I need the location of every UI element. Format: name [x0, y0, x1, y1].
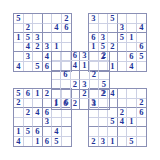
- empty-cell[interactable]: [62, 137, 72, 147]
- empty-cell[interactable]: [89, 118, 99, 128]
- empty-cell[interactable]: [118, 127, 128, 137]
- empty-cell[interactable]: [99, 118, 109, 128]
- empty-cell[interactable]: [137, 137, 147, 147]
- given-digit-cell[interactable]: 2: [33, 43, 43, 53]
- given-digit-cell[interactable]: 2: [99, 52, 109, 62]
- given-digit-cell[interactable]: 2: [90, 71, 100, 81]
- empty-cell[interactable]: [52, 80, 62, 90]
- empty-cell[interactable]: [137, 127, 147, 137]
- given-digit-cell[interactable]: 5: [14, 14, 24, 24]
- empty-cell[interactable]: [137, 118, 147, 128]
- empty-cell[interactable]: [62, 33, 72, 43]
- empty-cell[interactable]: [14, 43, 24, 53]
- given-digit-cell[interactable]: 4: [52, 24, 62, 34]
- given-digit-cell[interactable]: 3: [89, 14, 99, 24]
- empty-cell[interactable]: [52, 71, 62, 81]
- given-digit-cell[interactable]: 3: [90, 99, 100, 109]
- given-digit-cell[interactable]: 2: [99, 90, 109, 100]
- given-digit-cell[interactable]: 2: [14, 99, 24, 109]
- given-digit-cell[interactable]: 2: [71, 80, 81, 90]
- empty-cell[interactable]: [99, 61, 109, 71]
- given-digit-cell[interactable]: 2: [24, 108, 34, 118]
- given-digit-cell[interactable]: 6: [62, 24, 72, 34]
- given-digit-cell[interactable]: 5: [108, 118, 118, 128]
- empty-cell[interactable]: [52, 61, 62, 71]
- given-digit-cell[interactable]: 4: [33, 108, 43, 118]
- given-digit-cell[interactable]: 3: [99, 137, 109, 147]
- given-digit-cell[interactable]: 5: [33, 62, 43, 72]
- empty-cell[interactable]: [108, 24, 118, 34]
- given-digit-cell[interactable]: 4: [137, 24, 147, 34]
- empty-cell[interactable]: [118, 137, 128, 147]
- given-digit-cell[interactable]: 2: [80, 90, 90, 100]
- empty-cell[interactable]: [118, 52, 128, 62]
- given-digit-cell[interactable]: 6: [24, 89, 34, 99]
- empty-cell[interactable]: [99, 99, 109, 109]
- given-digit-cell[interactable]: 1: [127, 33, 137, 43]
- given-digit-cell[interactable]: 1: [108, 137, 118, 147]
- empty-cell[interactable]: [127, 89, 137, 99]
- given-digit-cell[interactable]: 4: [14, 137, 24, 147]
- empty-cell[interactable]: [80, 99, 90, 109]
- given-digit-cell[interactable]: 3: [43, 118, 53, 128]
- given-digit-cell[interactable]: 5: [24, 127, 34, 137]
- empty-cell[interactable]: [24, 137, 34, 147]
- given-digit-cell[interactable]: 5: [108, 14, 118, 24]
- empty-cell[interactable]: [90, 52, 100, 62]
- empty-cell[interactable]: [118, 43, 128, 53]
- empty-cell[interactable]: [137, 62, 147, 72]
- empty-cell[interactable]: [61, 80, 71, 90]
- given-digit-cell[interactable]: 6: [43, 137, 53, 147]
- empty-cell[interactable]: [14, 108, 24, 118]
- empty-cell[interactable]: [62, 118, 72, 128]
- given-digit-cell[interactable]: 4: [71, 61, 81, 71]
- given-digit-cell[interactable]: 1: [52, 99, 62, 109]
- given-digit-cell[interactable]: 5: [118, 33, 128, 43]
- given-digit-cell[interactable]: 4: [127, 62, 137, 72]
- given-digit-cell[interactable]: 2: [89, 137, 99, 147]
- empty-cell[interactable]: [52, 52, 62, 62]
- empty-cell[interactable]: [90, 80, 100, 90]
- given-digit-cell[interactable]: 4: [14, 62, 24, 72]
- given-digit-cell[interactable]: 4: [118, 118, 128, 128]
- empty-cell[interactable]: [43, 24, 53, 34]
- given-digit-cell[interactable]: 6: [61, 71, 71, 81]
- given-digit-cell[interactable]: 2: [71, 99, 81, 109]
- empty-cell[interactable]: [61, 52, 71, 62]
- given-digit-cell[interactable]: 3: [24, 52, 34, 62]
- samurai-sudoku-board: 52246153423134456 35346351152626514 5612…: [0, 0, 160, 160]
- grid-center: 6324162235221623: [51, 51, 110, 110]
- empty-cell[interactable]: [62, 127, 72, 137]
- given-digit-cell[interactable]: 1: [127, 118, 137, 128]
- given-digit-cell[interactable]: 5: [127, 137, 137, 147]
- empty-cell[interactable]: [33, 14, 43, 24]
- given-digit-cell[interactable]: 6: [61, 99, 71, 109]
- empty-cell[interactable]: [99, 14, 109, 24]
- given-digit-cell[interactable]: 1: [33, 137, 43, 147]
- given-digit-cell[interactable]: 1: [80, 61, 90, 71]
- empty-cell[interactable]: [127, 14, 137, 24]
- given-digit-cell[interactable]: 1: [33, 89, 43, 99]
- given-digit-cell[interactable]: 5: [52, 137, 62, 147]
- empty-cell[interactable]: [43, 14, 53, 24]
- given-digit-cell[interactable]: 5: [137, 52, 147, 62]
- empty-cell[interactable]: [118, 62, 128, 72]
- empty-cell[interactable]: [127, 99, 137, 109]
- given-digit-cell[interactable]: 6: [137, 108, 147, 118]
- given-digit-cell[interactable]: 1: [14, 33, 24, 43]
- empty-cell[interactable]: [24, 62, 34, 72]
- empty-cell[interactable]: [118, 89, 128, 99]
